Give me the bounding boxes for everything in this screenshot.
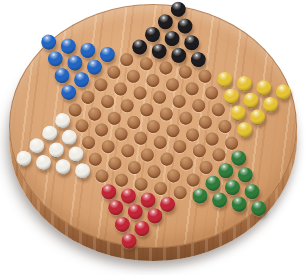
- marble-green[interactable]: [204, 174, 222, 192]
- hole[interactable]: [197, 114, 212, 129]
- marble-red[interactable]: [100, 182, 118, 200]
- marble-white[interactable]: [60, 128, 78, 146]
- marble-black[interactable]: [143, 25, 161, 43]
- marble-blue[interactable]: [85, 58, 103, 76]
- hole[interactable]: [87, 151, 102, 166]
- marble-yellow[interactable]: [242, 91, 260, 109]
- marble-white[interactable]: [40, 124, 58, 142]
- hole[interactable]: [106, 64, 121, 79]
- marble-blue[interactable]: [46, 50, 64, 68]
- star-grid: [0, 0, 306, 275]
- marble-blue[interactable]: [72, 71, 90, 89]
- hole[interactable]: [191, 143, 206, 158]
- hole[interactable]: [164, 77, 179, 92]
- marble-white[interactable]: [47, 141, 65, 159]
- hole[interactable]: [185, 172, 200, 187]
- hole[interactable]: [80, 135, 95, 150]
- marble-red[interactable]: [139, 191, 157, 209]
- hole[interactable]: [99, 93, 114, 108]
- marble-white[interactable]: [15, 149, 33, 167]
- hole[interactable]: [152, 135, 167, 150]
- marble-blue[interactable]: [66, 54, 84, 72]
- hole[interactable]: [197, 69, 212, 84]
- hole[interactable]: [132, 85, 147, 100]
- marble-green[interactable]: [216, 162, 234, 180]
- marble-green[interactable]: [249, 199, 267, 217]
- hole[interactable]: [198, 160, 213, 175]
- marble-red[interactable]: [133, 220, 151, 238]
- hole[interactable]: [178, 156, 193, 171]
- marble-blue[interactable]: [78, 42, 96, 60]
- marble-green[interactable]: [223, 178, 241, 196]
- marble-black[interactable]: [189, 50, 207, 68]
- hole[interactable]: [159, 151, 174, 166]
- hole[interactable]: [184, 127, 199, 142]
- marble-white[interactable]: [34, 153, 52, 171]
- hole[interactable]: [106, 110, 121, 125]
- marble-black[interactable]: [156, 13, 174, 31]
- hole[interactable]: [120, 143, 135, 158]
- marble-white[interactable]: [27, 137, 45, 155]
- hole[interactable]: [126, 160, 141, 175]
- marble-yellow[interactable]: [235, 75, 253, 93]
- hole[interactable]: [138, 56, 153, 71]
- marble-black[interactable]: [169, 0, 187, 18]
- hole[interactable]: [217, 118, 232, 133]
- marble-yellow[interactable]: [274, 83, 292, 101]
- hole[interactable]: [146, 164, 161, 179]
- marble-red[interactable]: [119, 186, 137, 204]
- hole[interactable]: [93, 122, 108, 137]
- hole[interactable]: [145, 118, 160, 133]
- hole[interactable]: [126, 114, 141, 129]
- hole[interactable]: [172, 139, 187, 154]
- marble-black[interactable]: [169, 46, 187, 64]
- marble-white[interactable]: [73, 162, 91, 180]
- marble-white[interactable]: [67, 145, 85, 163]
- marble-red[interactable]: [120, 232, 138, 250]
- marble-green[interactable]: [210, 191, 228, 209]
- hole[interactable]: [100, 139, 115, 154]
- marble-red[interactable]: [106, 199, 124, 217]
- marble-yellow[interactable]: [229, 104, 247, 122]
- marble-black[interactable]: [182, 33, 200, 51]
- marble-yellow[interactable]: [248, 108, 266, 126]
- hole[interactable]: [171, 93, 186, 108]
- hole[interactable]: [93, 77, 108, 92]
- marble-green[interactable]: [243, 182, 261, 200]
- marble-black[interactable]: [176, 17, 194, 35]
- hole[interactable]: [112, 81, 127, 96]
- hole[interactable]: [172, 185, 187, 200]
- marble-red[interactable]: [126, 203, 144, 221]
- hole[interactable]: [67, 102, 82, 117]
- marble-green[interactable]: [236, 166, 254, 184]
- hole[interactable]: [139, 102, 154, 117]
- hole[interactable]: [177, 65, 192, 80]
- hole[interactable]: [204, 131, 219, 146]
- hole[interactable]: [145, 73, 160, 88]
- marble-blue[interactable]: [98, 46, 116, 64]
- hole[interactable]: [224, 135, 239, 150]
- hole[interactable]: [210, 102, 225, 117]
- photo-background: [0, 0, 306, 275]
- hole[interactable]: [211, 147, 226, 162]
- marble-blue[interactable]: [53, 66, 71, 84]
- hole[interactable]: [74, 118, 89, 133]
- marble-red[interactable]: [145, 207, 163, 225]
- marble-yellow[interactable]: [222, 87, 240, 105]
- hole[interactable]: [113, 172, 128, 187]
- hole[interactable]: [87, 106, 102, 121]
- marble-black[interactable]: [163, 29, 181, 47]
- marble-black[interactable]: [130, 38, 148, 56]
- hole[interactable]: [153, 180, 168, 195]
- hole[interactable]: [191, 98, 206, 113]
- hole[interactable]: [119, 98, 134, 113]
- hole[interactable]: [80, 89, 95, 104]
- hole[interactable]: [113, 127, 128, 142]
- hole[interactable]: [165, 168, 180, 183]
- marble-green[interactable]: [230, 195, 248, 213]
- hole[interactable]: [132, 131, 147, 146]
- game-board: [9, 4, 297, 248]
- marble-red[interactable]: [113, 215, 131, 233]
- hole[interactable]: [184, 81, 199, 96]
- hole[interactable]: [125, 69, 140, 84]
- hole[interactable]: [133, 176, 148, 191]
- marble-green[interactable]: [191, 186, 209, 204]
- marble-black[interactable]: [150, 42, 168, 60]
- hole[interactable]: [158, 106, 173, 121]
- marble-blue[interactable]: [59, 83, 77, 101]
- marble-green[interactable]: [229, 149, 247, 167]
- hole[interactable]: [203, 85, 218, 100]
- hole[interactable]: [94, 168, 109, 183]
- marble-yellow[interactable]: [254, 79, 272, 97]
- marble-yellow[interactable]: [215, 71, 233, 89]
- marble-yellow[interactable]: [261, 96, 279, 114]
- hole[interactable]: [139, 147, 154, 162]
- marble-white[interactable]: [54, 157, 72, 175]
- hole[interactable]: [107, 155, 122, 170]
- hole[interactable]: [165, 122, 180, 137]
- marble-blue[interactable]: [59, 37, 77, 55]
- marble-yellow[interactable]: [235, 120, 253, 138]
- hole[interactable]: [118, 52, 133, 67]
- hole[interactable]: [151, 89, 166, 104]
- marble-blue[interactable]: [39, 33, 57, 51]
- hole[interactable]: [158, 60, 173, 75]
- marble-white[interactable]: [53, 112, 71, 130]
- hole[interactable]: [178, 110, 193, 125]
- marble-red[interactable]: [158, 195, 176, 213]
